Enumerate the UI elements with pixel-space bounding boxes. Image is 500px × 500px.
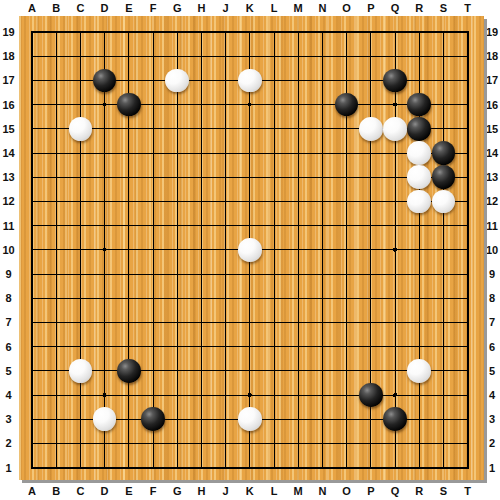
row-label-left-13: 13 — [2, 171, 14, 183]
stone-white-R14 — [407, 141, 431, 165]
stone-black-P4 — [359, 383, 383, 407]
column-label-bottom-O: O — [342, 485, 351, 497]
column-label-top-B: B — [52, 2, 60, 14]
column-label-bottom-H: H — [197, 485, 205, 497]
star-point-D4 — [103, 393, 107, 397]
row-label-left-5: 5 — [5, 365, 11, 377]
row-label-left-17: 17 — [2, 74, 14, 86]
row-label-left-7: 7 — [5, 316, 11, 328]
column-label-bottom-E: E — [125, 485, 132, 497]
column-label-top-L: L — [271, 2, 278, 14]
row-label-right-3: 3 — [489, 413, 495, 425]
row-label-right-19: 19 — [486, 26, 498, 38]
column-label-bottom-F: F — [150, 485, 157, 497]
column-label-top-N: N — [318, 2, 326, 14]
row-label-right-11: 11 — [486, 220, 498, 232]
column-label-top-E: E — [125, 2, 132, 14]
column-label-bottom-P: P — [367, 485, 374, 497]
row-label-left-18: 18 — [2, 50, 14, 62]
row-label-left-4: 4 — [5, 389, 11, 401]
star-point-Q4 — [393, 393, 397, 397]
column-label-bottom-R: R — [415, 485, 423, 497]
column-label-bottom-C: C — [76, 485, 84, 497]
row-label-right-14: 14 — [486, 147, 498, 159]
column-label-top-G: G — [173, 2, 182, 14]
column-label-top-J: J — [223, 2, 229, 14]
stone-white-R13 — [407, 165, 431, 189]
column-label-bottom-M: M — [294, 485, 303, 497]
column-label-top-T: T — [464, 2, 471, 14]
stone-black-Q3 — [383, 407, 407, 431]
row-label-right-16: 16 — [486, 99, 498, 111]
column-label-bottom-K: K — [246, 485, 254, 497]
row-label-left-6: 6 — [5, 341, 11, 353]
star-point-Q10 — [393, 248, 397, 252]
star-point-K4 — [248, 393, 252, 397]
row-label-right-7: 7 — [489, 316, 495, 328]
go-board-screenshot: ABCDEFGHJKLMNOPQRST ABCDEFGHJKLMNOPQRST … — [0, 0, 500, 500]
star-point-Q16 — [393, 103, 397, 107]
stone-black-S14 — [432, 141, 456, 165]
column-label-bottom-S: S — [440, 485, 447, 497]
stone-black-R15 — [407, 117, 431, 141]
column-label-bottom-L: L — [271, 485, 278, 497]
stone-white-P15 — [359, 117, 383, 141]
row-label-right-10: 10 — [486, 244, 498, 256]
stone-white-Q15 — [383, 117, 407, 141]
column-label-bottom-G: G — [173, 485, 182, 497]
column-label-bottom-J: J — [223, 485, 229, 497]
star-point-K16 — [248, 103, 252, 107]
column-label-top-D: D — [101, 2, 109, 14]
stone-black-F3 — [141, 407, 165, 431]
row-label-right-17: 17 — [486, 74, 498, 86]
row-label-left-8: 8 — [5, 292, 11, 304]
star-point-D10 — [103, 248, 107, 252]
column-label-bottom-N: N — [318, 485, 326, 497]
row-label-right-15: 15 — [486, 123, 498, 135]
row-label-left-1: 1 — [5, 462, 11, 474]
stone-black-E16 — [117, 93, 141, 117]
stone-white-G17 — [165, 69, 189, 93]
row-label-left-15: 15 — [2, 123, 14, 135]
row-label-right-18: 18 — [486, 50, 498, 62]
column-label-top-K: K — [246, 2, 254, 14]
stone-black-E5 — [117, 359, 141, 383]
row-label-left-2: 2 — [5, 437, 11, 449]
stone-white-K10 — [238, 238, 262, 262]
row-label-right-5: 5 — [489, 365, 495, 377]
row-label-right-6: 6 — [489, 341, 495, 353]
row-label-right-13: 13 — [486, 171, 498, 183]
column-label-bottom-T: T — [464, 485, 471, 497]
column-label-top-A: A — [28, 2, 36, 14]
row-label-left-10: 10 — [2, 244, 14, 256]
column-label-top-P: P — [367, 2, 374, 14]
stone-white-R12 — [407, 190, 431, 214]
column-label-bottom-D: D — [101, 485, 109, 497]
column-label-bottom-Q: Q — [391, 485, 400, 497]
row-label-right-2: 2 — [489, 437, 495, 449]
column-label-top-H: H — [197, 2, 205, 14]
stone-white-K3 — [238, 407, 262, 431]
column-label-bottom-B: B — [52, 485, 60, 497]
column-label-top-C: C — [76, 2, 84, 14]
row-label-left-9: 9 — [5, 268, 11, 280]
row-label-left-3: 3 — [5, 413, 11, 425]
row-label-right-12: 12 — [486, 195, 498, 207]
column-label-top-F: F — [150, 2, 157, 14]
stone-white-K17 — [238, 69, 262, 93]
row-label-right-1: 1 — [489, 462, 495, 474]
row-label-left-11: 11 — [3, 220, 15, 232]
row-label-left-19: 19 — [2, 26, 14, 38]
stone-black-S13 — [432, 165, 456, 189]
column-label-bottom-A: A — [28, 485, 36, 497]
star-point-D16 — [103, 103, 107, 107]
row-label-right-4: 4 — [489, 389, 495, 401]
column-label-top-M: M — [294, 2, 303, 14]
row-label-left-16: 16 — [2, 99, 14, 111]
column-label-top-S: S — [440, 2, 447, 14]
stone-white-C15 — [69, 117, 93, 141]
column-label-top-R: R — [415, 2, 423, 14]
stone-white-R5 — [407, 359, 431, 383]
go-board[interactable] — [19, 16, 484, 480]
column-label-top-Q: Q — [391, 2, 400, 14]
stone-black-Q17 — [383, 69, 407, 93]
stone-white-C5 — [69, 359, 93, 383]
row-label-right-8: 8 — [489, 292, 495, 304]
row-label-left-14: 14 — [2, 147, 14, 159]
row-label-right-9: 9 — [489, 268, 495, 280]
column-label-top-O: O — [342, 2, 351, 14]
row-label-left-12: 12 — [2, 195, 14, 207]
